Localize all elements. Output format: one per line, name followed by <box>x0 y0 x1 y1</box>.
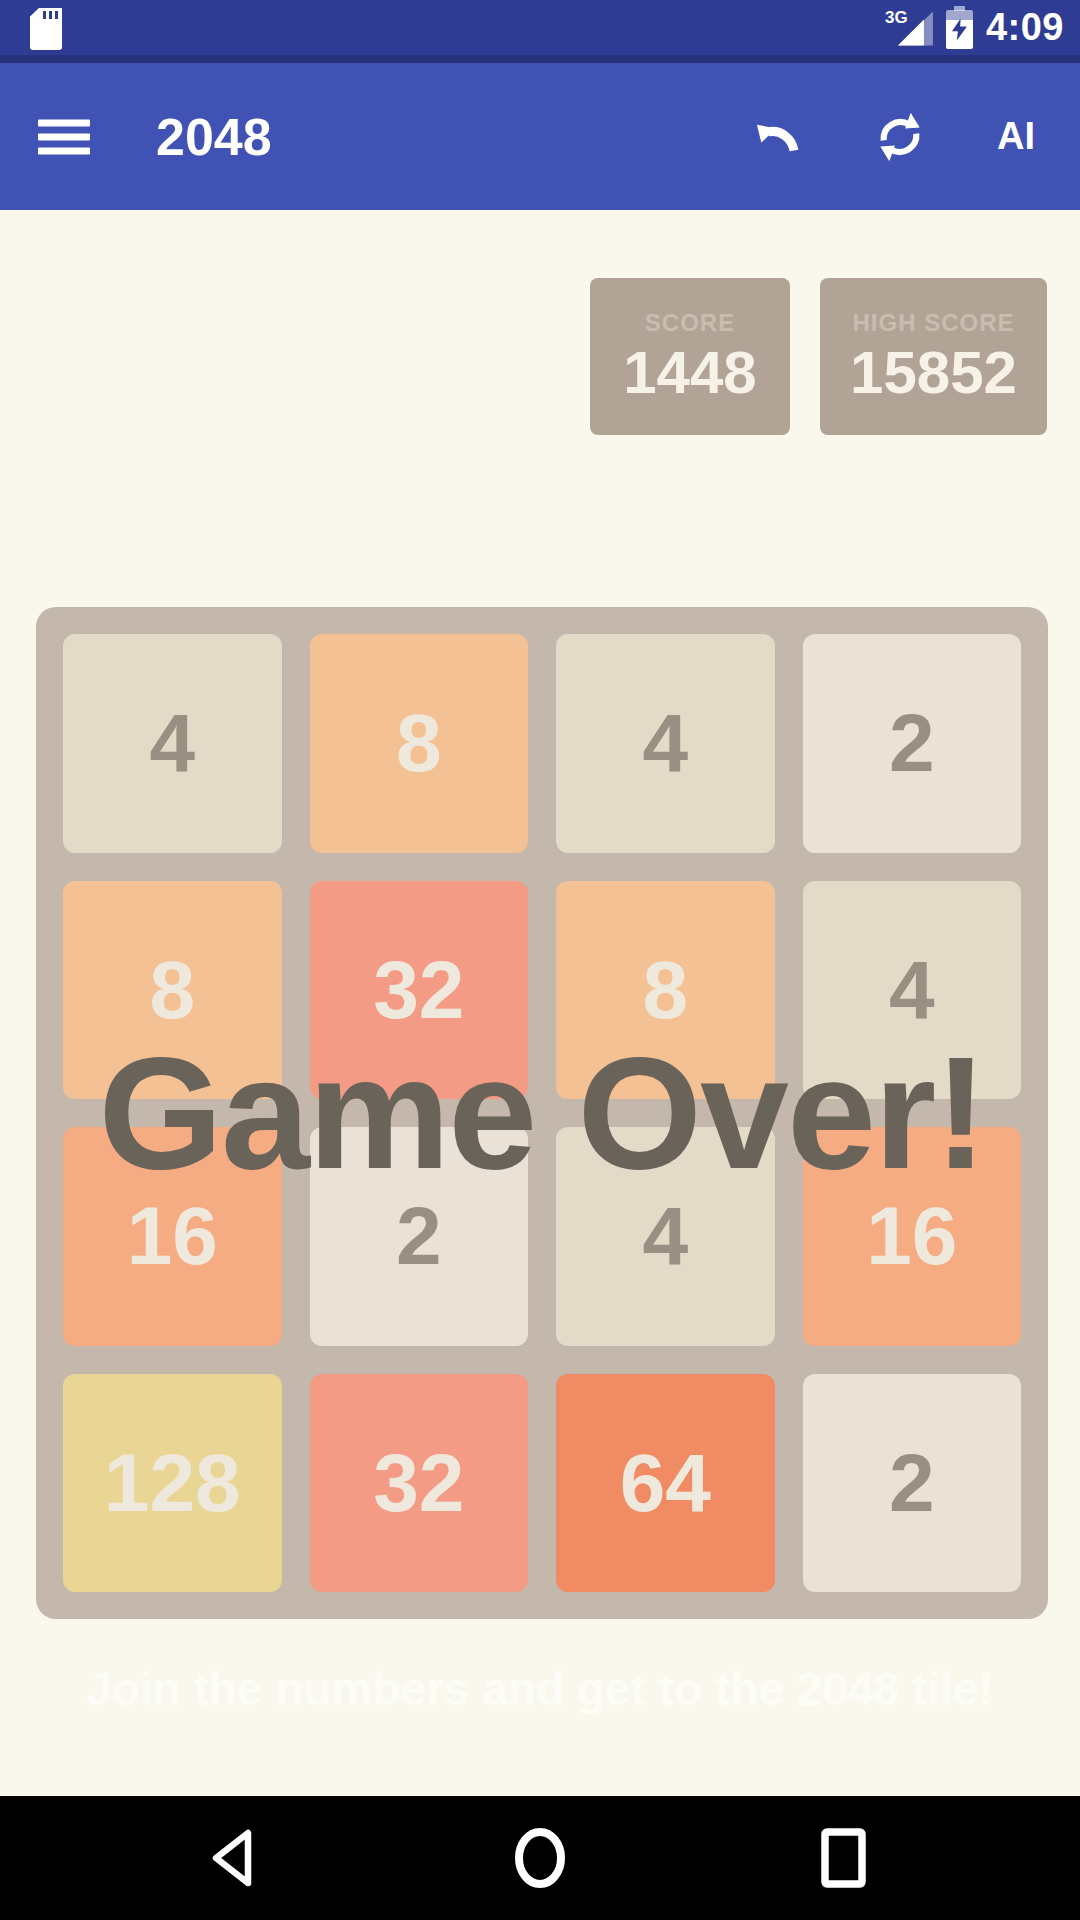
tile-r1c4-value-2: 2 <box>803 634 1022 853</box>
footer-hint: Join the numbers and get to the 2048 til… <box>0 1662 1080 1716</box>
restart-icon[interactable] <box>873 110 927 164</box>
tile-r4c4-value-2: 2 <box>803 1374 1022 1593</box>
high-score-value: 15852 <box>850 341 1017 404</box>
app-bar: 2048 AI <box>0 63 1080 210</box>
home-button[interactable] <box>505 1823 575 1893</box>
tile-r1c2-value-8: 8 <box>310 634 529 853</box>
score-box: SCORE 1448 <box>590 278 790 435</box>
tile-r4c1-value-128: 128 <box>63 1374 282 1593</box>
status-bar-divider <box>0 55 1080 63</box>
battery-charging-icon <box>946 5 973 51</box>
status-right-cluster: 3G 4:09 <box>885 0 1064 55</box>
score-label: SCORE <box>645 309 735 337</box>
tile-r4c3-value-64: 64 <box>556 1374 775 1593</box>
tile-r1c1-value-4: 4 <box>63 634 282 853</box>
game-over-text: Game Over! <box>36 1013 1048 1213</box>
scoreboard: SCORE 1448 HIGH SCORE 15852 <box>590 278 1047 435</box>
tile-r1c3-value-4: 4 <box>556 634 775 853</box>
score-value: 1448 <box>623 341 756 404</box>
phone-screen: 3G 4:09 2048 AI <box>0 0 1080 1920</box>
status-time: 4:09 <box>986 6 1064 49</box>
high-score-box: HIGH SCORE 15852 <box>820 278 1047 435</box>
back-button[interactable] <box>202 1823 272 1893</box>
sd-card-icon <box>30 8 62 50</box>
cellular-signal-icon: 3G <box>885 7 933 49</box>
menu-icon[interactable] <box>38 119 90 154</box>
recents-button[interactable] <box>808 1823 878 1893</box>
status-bar: 3G 4:09 <box>0 0 1080 55</box>
undo-icon[interactable] <box>749 110 803 164</box>
tile-r4c2-value-32: 32 <box>310 1374 529 1593</box>
high-score-label: HIGH SCORE <box>852 309 1014 337</box>
navigation-bar <box>0 1796 1080 1920</box>
app-title: 2048 <box>156 63 272 210</box>
ai-button[interactable]: AI <box>997 115 1035 158</box>
app-bar-actions: AI <box>749 63 1035 210</box>
network-type-label: 3G <box>885 9 908 26</box>
